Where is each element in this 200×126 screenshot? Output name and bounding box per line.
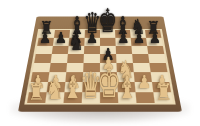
piece-black-pawn-b7[interactable]: ♟ [55,31,67,46]
piece-black-pawn-f7[interactable]: ♟ [118,31,130,46]
pieces-layer: ♜♝♛♚♝♞♜♟♟♟♟♟♟♟♞♟♟♞♟♟♟♟♟♟♟♜♞♝♛♚♝♜ [0,0,200,126]
piece-white-rook-a1[interactable]: ♜ [28,81,45,104]
piece-white-bishop-f1[interactable]: ♝ [118,73,137,104]
piece-black-pawn-d7[interactable]: ♟ [86,31,98,46]
piece-black-pawn-a7[interactable]: ♟ [39,31,51,46]
piece-black-pawn-h7[interactable]: ♟ [149,31,161,46]
chessboard-photo: ♜♝♛♚♝♞♜♟♟♟♟♟♟♟♞♟♟♞♟♟♟♟♟♟♟♜♞♝♛♚♝♜ [0,0,200,126]
piece-white-rook-h1[interactable]: ♜ [155,81,172,104]
piece-black-pawn-g7[interactable]: ♟ [133,31,145,46]
piece-white-pawn-g2[interactable]: ♟ [137,74,151,92]
piece-black-knight-c6[interactable]: ♞ [68,32,83,54]
piece-black-king-e8[interactable]: ♚ [98,6,117,38]
piece-white-knight-b1[interactable]: ♞ [45,77,63,103]
